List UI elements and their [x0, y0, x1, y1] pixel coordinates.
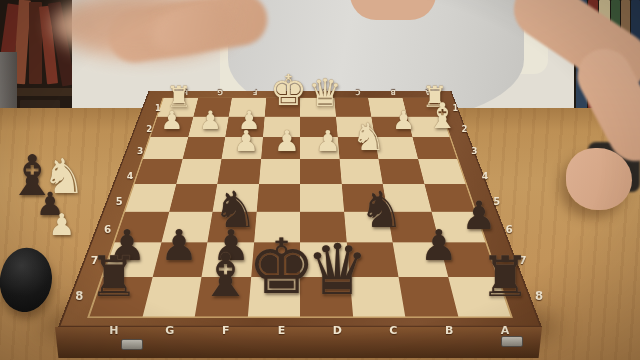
square-g8[interactable] [142, 277, 201, 316]
square-b6[interactable] [387, 211, 439, 242]
square-f1[interactable] [229, 98, 266, 116]
square-e7[interactable] [251, 242, 300, 277]
square-b3[interactable] [375, 137, 418, 159]
player-right-fist [566, 148, 632, 210]
square-e6[interactable] [254, 211, 300, 242]
square-h6[interactable] [115, 211, 169, 242]
square-f2[interactable] [225, 117, 264, 137]
square-c4[interactable] [339, 159, 382, 184]
square-e1[interactable] [264, 98, 300, 116]
square-f5[interactable] [213, 184, 259, 212]
square-e5[interactable] [256, 184, 300, 212]
square-b4[interactable] [379, 159, 425, 184]
board-front-edge [55, 327, 542, 358]
square-a8[interactable] [448, 277, 511, 316]
square-g3[interactable] [182, 137, 225, 159]
square-d3[interactable] [300, 137, 339, 159]
square-g5[interactable] [169, 184, 217, 212]
square-a2[interactable] [407, 117, 450, 137]
square-h4[interactable] [135, 159, 183, 184]
square-c7[interactable] [346, 242, 398, 277]
square-e3[interactable] [261, 137, 300, 159]
square-c2[interactable] [336, 117, 375, 137]
square-d1[interactable] [300, 98, 336, 116]
square-h3[interactable] [143, 137, 188, 159]
square-h5[interactable] [125, 184, 176, 212]
square-d7[interactable] [300, 242, 349, 277]
square-f8[interactable] [195, 277, 251, 316]
board-latch [501, 336, 523, 347]
square-d8[interactable] [300, 277, 353, 316]
square-a1[interactable] [402, 98, 442, 116]
square-d4[interactable] [300, 159, 341, 184]
square-g6[interactable] [161, 211, 213, 242]
square-a3[interactable] [412, 137, 457, 159]
square-c1[interactable] [334, 98, 371, 116]
square-g7[interactable] [152, 242, 207, 277]
square-c6[interactable] [344, 211, 393, 242]
square-c5[interactable] [341, 184, 387, 212]
square-a6[interactable] [431, 211, 485, 242]
square-e4[interactable] [259, 159, 300, 184]
square-a4[interactable] [418, 159, 466, 184]
square-a7[interactable] [439, 242, 497, 277]
square-f7[interactable] [201, 242, 253, 277]
board-latch [121, 339, 143, 350]
square-c8[interactable] [349, 277, 405, 316]
square-h2[interactable] [151, 117, 194, 137]
square-e2[interactable] [263, 117, 300, 137]
square-a5[interactable] [424, 184, 475, 212]
square-c3[interactable] [337, 137, 378, 159]
square-g2[interactable] [188, 117, 229, 137]
square-f3[interactable] [221, 137, 262, 159]
square-f4[interactable] [217, 159, 260, 184]
square-d5[interactable] [300, 184, 344, 212]
square-b2[interactable] [371, 117, 412, 137]
square-b1[interactable] [368, 98, 407, 116]
square-f6[interactable] [207, 211, 256, 242]
square-e8[interactable] [247, 277, 300, 316]
square-g4[interactable] [176, 159, 222, 184]
square-d6[interactable] [300, 211, 346, 242]
square-h1[interactable] [157, 98, 197, 116]
square-b5[interactable] [383, 184, 431, 212]
square-d2[interactable] [300, 117, 337, 137]
square-g1[interactable] [193, 98, 232, 116]
board-grid [90, 98, 511, 316]
